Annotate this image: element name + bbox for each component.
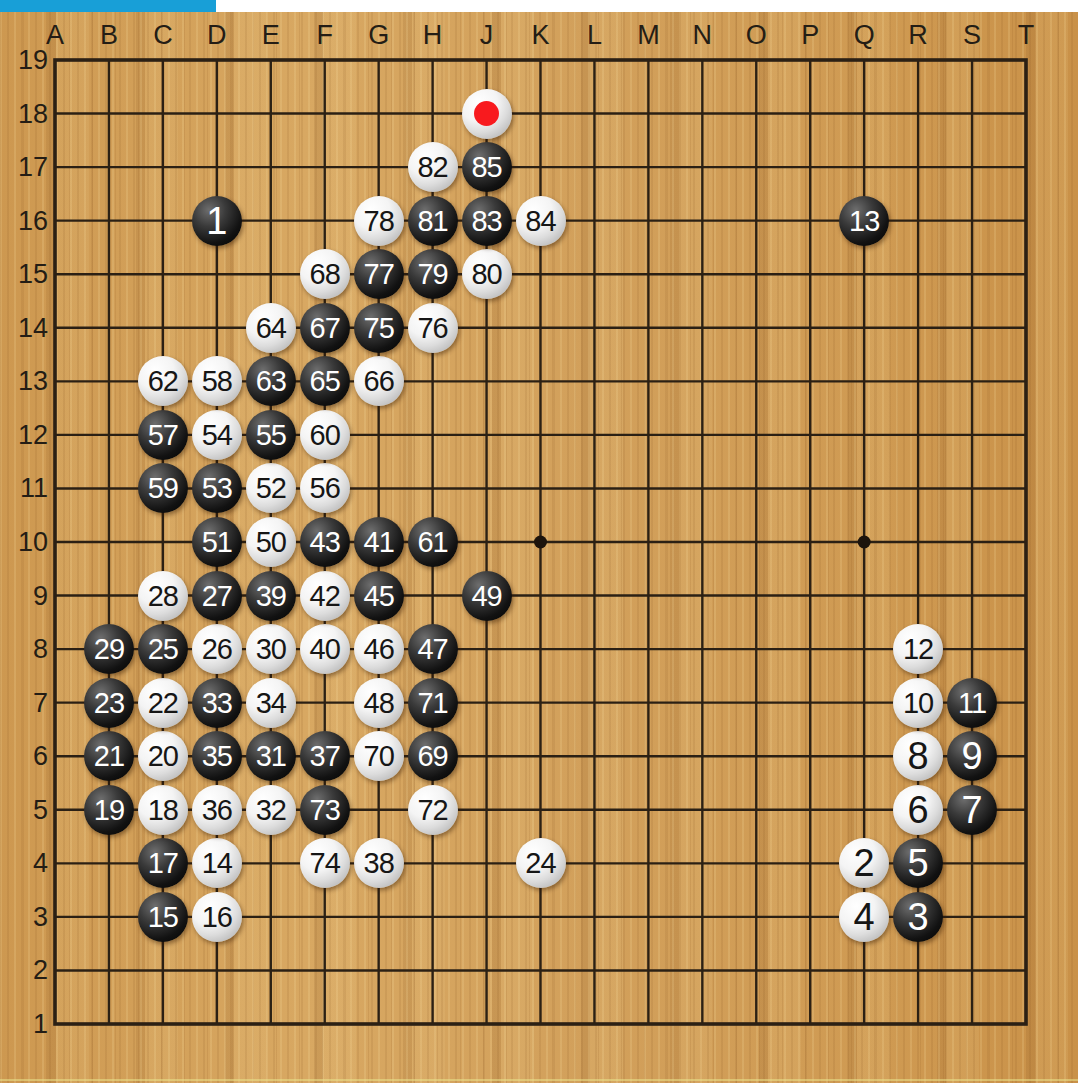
row-label-17: 17 [8, 152, 48, 182]
move-number: 2 [854, 838, 875, 888]
stone-H5[interactable]: 72 [408, 785, 458, 835]
move-number: 55 [256, 410, 286, 460]
move-number: 1 [206, 196, 227, 246]
move-number: 54 [202, 410, 232, 460]
move-number: 57 [148, 410, 178, 460]
stone-D4[interactable]: 14 [192, 838, 242, 888]
move-number: 30 [256, 624, 286, 674]
move-number: 14 [202, 838, 232, 888]
move-number: 43 [310, 517, 340, 567]
stone-H6[interactable]: 69 [408, 731, 458, 781]
stone-E13[interactable]: 63 [246, 356, 296, 406]
stone-G16[interactable]: 78 [354, 196, 404, 246]
move-number: 42 [310, 571, 340, 621]
column-label-F: F [303, 20, 347, 50]
move-number: 31 [256, 731, 286, 781]
stone-J15[interactable]: 80 [462, 249, 512, 299]
move-number: 6 [908, 785, 929, 835]
move-number: 58 [202, 356, 232, 406]
stone-D5[interactable]: 36 [192, 785, 242, 835]
stone-S6[interactable]: 9 [947, 731, 997, 781]
move-number: 60 [310, 410, 340, 460]
stone-D7[interactable]: 33 [192, 678, 242, 728]
row-label-10: 10 [8, 527, 48, 557]
move-number: 17 [148, 838, 178, 888]
stone-F12[interactable]: 60 [300, 410, 350, 460]
stone-B6[interactable]: 21 [84, 731, 134, 781]
stone-F9[interactable]: 42 [300, 571, 350, 621]
stone-E8[interactable]: 30 [246, 624, 296, 674]
stone-D9[interactable]: 27 [192, 571, 242, 621]
last-move-red-dot-marker [474, 101, 499, 126]
stone-J9[interactable]: 49 [462, 571, 512, 621]
stone-R5[interactable]: 6 [893, 785, 943, 835]
stone-D8[interactable]: 26 [192, 624, 242, 674]
move-number: 28 [148, 571, 178, 621]
move-number: 81 [417, 196, 447, 246]
move-number: 36 [202, 785, 232, 835]
column-label-K: K [519, 20, 563, 50]
stone-Q3[interactable]: 4 [839, 892, 889, 942]
stone-H17[interactable]: 82 [408, 142, 458, 192]
row-label-14: 14 [8, 313, 48, 343]
stone-H16[interactable]: 81 [408, 196, 458, 246]
stone-C11[interactable]: 59 [138, 463, 188, 513]
stone-R6[interactable]: 8 [893, 731, 943, 781]
stone-C6[interactable]: 20 [138, 731, 188, 781]
row-label-15: 15 [8, 259, 48, 289]
move-number: 84 [525, 196, 555, 246]
stone-C4[interactable]: 17 [138, 838, 188, 888]
stone-E7[interactable]: 34 [246, 678, 296, 728]
row-label-12: 12 [8, 420, 48, 450]
row-label-7: 7 [8, 688, 48, 718]
stone-B8[interactable]: 29 [84, 624, 134, 674]
column-label-S: S [950, 20, 994, 50]
move-number: 74 [310, 838, 340, 888]
stone-J16[interactable]: 83 [462, 196, 512, 246]
move-number: 68 [310, 249, 340, 299]
stone-G15[interactable]: 77 [354, 249, 404, 299]
stone-G10[interactable]: 41 [354, 517, 404, 567]
column-label-T: T [1004, 20, 1048, 50]
move-number: 49 [471, 571, 501, 621]
go-board[interactable]: ABCDEFGHJKLMNOPQRST 19181716151413121110… [0, 12, 1078, 1083]
move-number: 63 [256, 356, 286, 406]
stone-G9[interactable]: 45 [354, 571, 404, 621]
stone-C7[interactable]: 22 [138, 678, 188, 728]
stone-D16[interactable]: 1 [192, 196, 242, 246]
move-number: 69 [417, 731, 447, 781]
row-label-9: 9 [8, 581, 48, 611]
stone-F11[interactable]: 56 [300, 463, 350, 513]
row-label-16: 16 [8, 206, 48, 236]
row-label-6: 6 [8, 741, 48, 771]
stone-J17[interactable]: 85 [462, 142, 512, 192]
stone-D6[interactable]: 35 [192, 731, 242, 781]
move-number: 71 [417, 678, 447, 728]
stone-F10[interactable]: 43 [300, 517, 350, 567]
stone-C8[interactable]: 25 [138, 624, 188, 674]
move-number: 23 [94, 678, 124, 728]
column-label-L: L [572, 20, 616, 50]
move-number: 3 [908, 892, 929, 942]
stone-G4[interactable]: 38 [354, 838, 404, 888]
move-number: 11 [958, 678, 986, 728]
column-label-C: C [141, 20, 185, 50]
stone-D13[interactable]: 58 [192, 356, 242, 406]
stone-G14[interactable]: 75 [354, 303, 404, 353]
move-number: 65 [310, 356, 340, 406]
row-label-5: 5 [8, 795, 48, 825]
column-label-J: J [465, 20, 509, 50]
stone-G13[interactable]: 66 [354, 356, 404, 406]
stone-E14[interactable]: 64 [246, 303, 296, 353]
stone-C13[interactable]: 62 [138, 356, 188, 406]
move-number: 48 [364, 678, 394, 728]
move-number: 41 [364, 517, 394, 567]
stone-G8[interactable]: 46 [354, 624, 404, 674]
move-number: 83 [471, 196, 501, 246]
move-number: 27 [202, 571, 232, 621]
column-label-M: M [626, 20, 670, 50]
stone-F5[interactable]: 73 [300, 785, 350, 835]
stone-E5[interactable]: 32 [246, 785, 296, 835]
move-number: 8 [908, 731, 929, 781]
stone-S7[interactable]: 11 [947, 678, 997, 728]
stone-K4[interactable]: 24 [516, 838, 566, 888]
stone-C5[interactable]: 18 [138, 785, 188, 835]
move-number: 33 [202, 678, 232, 728]
column-label-P: P [788, 20, 832, 50]
stone-R8[interactable]: 12 [893, 624, 943, 674]
move-number: 78 [364, 196, 394, 246]
move-number: 61 [417, 517, 447, 567]
move-number: 59 [148, 463, 178, 513]
move-number: 34 [256, 678, 286, 728]
row-label-13: 13 [8, 366, 48, 396]
move-number: 21 [94, 731, 124, 781]
stone-K16[interactable]: 84 [516, 196, 566, 246]
move-number: 80 [471, 249, 501, 299]
stone-C9[interactable]: 28 [138, 571, 188, 621]
row-label-8: 8 [8, 634, 48, 664]
stone-E6[interactable]: 31 [246, 731, 296, 781]
move-number: 50 [256, 517, 286, 567]
stone-F6[interactable]: 37 [300, 731, 350, 781]
stone-H15[interactable]: 79 [408, 249, 458, 299]
move-number: 19 [94, 785, 124, 835]
column-label-E: E [249, 20, 293, 50]
move-number: 75 [364, 303, 394, 353]
move-number: 7 [961, 785, 982, 835]
move-number: 85 [471, 142, 501, 192]
move-number: 56 [310, 463, 340, 513]
stone-E11[interactable]: 52 [246, 463, 296, 513]
stone-Q16[interactable]: 13 [839, 196, 889, 246]
move-number: 47 [417, 624, 447, 674]
stone-F13[interactable]: 65 [300, 356, 350, 406]
move-number: 29 [94, 624, 124, 674]
stone-D10[interactable]: 51 [192, 517, 242, 567]
row-label-11: 11 [8, 473, 48, 503]
move-number: 13 [849, 196, 879, 246]
stone-E12[interactable]: 55 [246, 410, 296, 460]
column-label-H: H [411, 20, 455, 50]
move-number: 35 [202, 731, 232, 781]
stone-G7[interactable]: 48 [354, 678, 404, 728]
stone-D11[interactable]: 53 [192, 463, 242, 513]
move-number: 38 [364, 838, 394, 888]
move-number: 66 [364, 356, 394, 406]
column-label-D: D [195, 20, 239, 50]
move-number: 9 [961, 731, 982, 781]
move-number: 10 [903, 678, 933, 728]
stone-G6[interactable]: 70 [354, 731, 404, 781]
stone-C3[interactable]: 15 [138, 892, 188, 942]
row-label-3: 3 [8, 902, 48, 932]
move-number: 72 [417, 785, 447, 835]
move-number: 24 [525, 838, 555, 888]
column-label-O: O [734, 20, 778, 50]
column-label-N: N [680, 20, 724, 50]
row-label-18: 18 [8, 99, 48, 129]
move-number: 15 [148, 892, 178, 942]
stone-B5[interactable]: 19 [84, 785, 134, 835]
move-number: 12 [903, 624, 933, 674]
stone-S5[interactable]: 7 [947, 785, 997, 835]
stone-E9[interactable]: 39 [246, 571, 296, 621]
stone-C12[interactable]: 57 [138, 410, 188, 460]
move-number: 40 [310, 624, 340, 674]
column-label-G: G [357, 20, 401, 50]
move-number: 62 [148, 356, 178, 406]
star-point-K10 [534, 536, 547, 549]
move-number: 67 [310, 303, 340, 353]
move-number: 26 [202, 624, 232, 674]
stone-D12[interactable]: 54 [192, 410, 242, 460]
move-number: 79 [417, 249, 447, 299]
progress-bar[interactable] [0, 0, 1078, 12]
stone-E10[interactable]: 50 [246, 517, 296, 567]
move-number: 51 [202, 517, 232, 567]
stone-F8[interactable]: 40 [300, 624, 350, 674]
stone-B7[interactable]: 23 [84, 678, 134, 728]
row-label-2: 2 [8, 955, 48, 985]
stone-R3[interactable]: 3 [893, 892, 943, 942]
stone-F15[interactable]: 68 [300, 249, 350, 299]
stone-R7[interactable]: 10 [893, 678, 943, 728]
move-number: 18 [148, 785, 178, 835]
move-number: 20 [148, 731, 178, 781]
row-label-1: 1 [8, 1009, 48, 1039]
stone-H8[interactable]: 47 [408, 624, 458, 674]
app-screen: ABCDEFGHJKLMNOPQRST 19181716151413121110… [0, 0, 1078, 1083]
row-label-4: 4 [8, 848, 48, 878]
column-label-Q: Q [842, 20, 886, 50]
move-number: 22 [148, 678, 178, 728]
progress-bar-fill [0, 0, 216, 12]
move-number: 76 [417, 303, 447, 353]
stone-H14[interactable]: 76 [408, 303, 458, 353]
move-number: 52 [256, 463, 286, 513]
stone-F4[interactable]: 74 [300, 838, 350, 888]
move-number: 37 [310, 731, 340, 781]
stone-F14[interactable]: 67 [300, 303, 350, 353]
move-number: 53 [202, 463, 232, 513]
star-point-Q10 [858, 536, 871, 549]
move-number: 39 [256, 571, 286, 621]
move-number: 64 [256, 303, 286, 353]
stone-J18[interactable] [462, 89, 512, 139]
row-label-19: 19 [8, 45, 48, 75]
column-label-R: R [896, 20, 940, 50]
move-number: 25 [148, 624, 178, 674]
move-number: 16 [202, 892, 232, 942]
move-number: 46 [364, 624, 394, 674]
move-number: 73 [310, 785, 340, 835]
stone-H10[interactable]: 61 [408, 517, 458, 567]
move-number: 5 [908, 838, 929, 888]
column-label-B: B [87, 20, 131, 50]
move-number: 45 [364, 571, 394, 621]
stone-H7[interactable]: 71 [408, 678, 458, 728]
move-number: 70 [364, 731, 394, 781]
move-number: 4 [854, 892, 875, 942]
move-number: 32 [256, 785, 286, 835]
stone-D3[interactable]: 16 [192, 892, 242, 942]
move-number: 82 [417, 142, 447, 192]
move-number: 77 [364, 249, 394, 299]
